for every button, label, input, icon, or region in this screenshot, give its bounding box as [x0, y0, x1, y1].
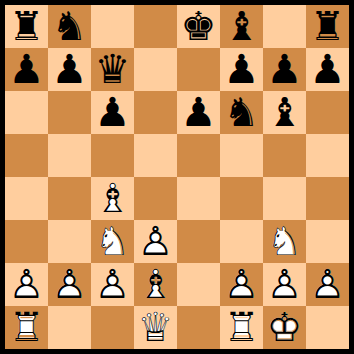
square-e5[interactable] — [177, 134, 220, 177]
white-piece-outline-glyph: ♙ — [48, 263, 91, 306]
square-a6[interactable] — [5, 91, 48, 134]
black-piece-glyph: ♟ — [5, 48, 48, 91]
square-e7[interactable] — [177, 48, 220, 91]
square-e4[interactable] — [177, 177, 220, 220]
square-a8[interactable]: ♜ — [5, 5, 48, 48]
square-b2[interactable]: ♟♙ — [48, 263, 91, 306]
square-g2[interactable]: ♟♙ — [263, 263, 306, 306]
white-rook[interactable]: ♜♖ — [220, 306, 263, 349]
square-b4[interactable] — [48, 177, 91, 220]
square-e8[interactable]: ♚ — [177, 5, 220, 48]
black-pawn[interactable]: ♟ — [48, 48, 91, 91]
square-a4[interactable] — [5, 177, 48, 220]
square-h3[interactable] — [306, 220, 349, 263]
square-f2[interactable]: ♟♙ — [220, 263, 263, 306]
white-piece-outline-glyph: ♙ — [91, 263, 134, 306]
white-piece-outline-glyph: ♗ — [91, 177, 134, 220]
square-h8[interactable]: ♜ — [306, 5, 349, 48]
square-e3[interactable] — [177, 220, 220, 263]
square-c8[interactable] — [91, 5, 134, 48]
white-knight[interactable]: ♞♘ — [91, 220, 134, 263]
black-piece-glyph: ♟ — [177, 91, 220, 134]
chess-board: ♜♞♚♝♜♟♟♛♟♟♟♟♟♞♝♝♗♞♘♟♙♞♘♟♙♟♙♟♙♝♗♟♙♟♙♟♙♜♖♛… — [5, 5, 349, 349]
square-h6[interactable] — [306, 91, 349, 134]
white-piece-outline-glyph: ♙ — [5, 263, 48, 306]
black-piece-glyph: ♜ — [306, 5, 349, 48]
white-pawn[interactable]: ♟♙ — [263, 263, 306, 306]
black-rook[interactable]: ♜ — [306, 5, 349, 48]
white-piece-outline-glyph: ♔ — [263, 306, 306, 349]
square-d4[interactable] — [134, 177, 177, 220]
black-piece-glyph: ♝ — [220, 5, 263, 48]
square-h7[interactable]: ♟ — [306, 48, 349, 91]
square-b8[interactable]: ♞ — [48, 5, 91, 48]
square-f5[interactable] — [220, 134, 263, 177]
square-c1[interactable] — [91, 306, 134, 349]
black-pawn[interactable]: ♟ — [5, 48, 48, 91]
square-b7[interactable]: ♟ — [48, 48, 91, 91]
square-e6[interactable]: ♟ — [177, 91, 220, 134]
white-pawn[interactable]: ♟♙ — [306, 263, 349, 306]
black-piece-glyph: ♞ — [220, 91, 263, 134]
square-d2[interactable]: ♝♗ — [134, 263, 177, 306]
white-piece-outline-glyph: ♙ — [306, 263, 349, 306]
square-g8[interactable] — [263, 5, 306, 48]
square-d5[interactable] — [134, 134, 177, 177]
black-piece-glyph: ♟ — [220, 48, 263, 91]
black-piece-glyph: ♟ — [91, 91, 134, 134]
black-piece-glyph: ♛ — [91, 48, 134, 91]
black-piece-glyph: ♟ — [48, 48, 91, 91]
white-piece-outline-glyph: ♖ — [220, 306, 263, 349]
square-f7[interactable]: ♟ — [220, 48, 263, 91]
black-pawn[interactable]: ♟ — [220, 48, 263, 91]
square-b3[interactable] — [48, 220, 91, 263]
black-queen[interactable]: ♛ — [91, 48, 134, 91]
black-bishop[interactable]: ♝ — [220, 5, 263, 48]
square-d8[interactable] — [134, 5, 177, 48]
white-piece-outline-glyph: ♕ — [134, 306, 177, 349]
square-h2[interactable]: ♟♙ — [306, 263, 349, 306]
white-queen[interactable]: ♛♕ — [134, 306, 177, 349]
square-h1[interactable] — [306, 306, 349, 349]
black-piece-glyph: ♟ — [306, 48, 349, 91]
white-piece-outline-glyph: ♙ — [220, 263, 263, 306]
square-c5[interactable] — [91, 134, 134, 177]
square-g3[interactable]: ♞♘ — [263, 220, 306, 263]
square-g1[interactable]: ♚♔ — [263, 306, 306, 349]
white-pawn[interactable]: ♟♙ — [220, 263, 263, 306]
white-pawn[interactable]: ♟♙ — [48, 263, 91, 306]
white-piece-outline-glyph: ♗ — [134, 263, 177, 306]
black-piece-glyph: ♟ — [263, 48, 306, 91]
square-g5[interactable] — [263, 134, 306, 177]
black-rook[interactable]: ♜ — [5, 5, 48, 48]
white-knight[interactable]: ♞♘ — [263, 220, 306, 263]
square-d1[interactable]: ♛♕ — [134, 306, 177, 349]
square-h5[interactable] — [306, 134, 349, 177]
square-f1[interactable]: ♜♖ — [220, 306, 263, 349]
square-f3[interactable] — [220, 220, 263, 263]
square-d3[interactable]: ♟♙ — [134, 220, 177, 263]
square-c3[interactable]: ♞♘ — [91, 220, 134, 263]
square-g4[interactable] — [263, 177, 306, 220]
white-pawn[interactable]: ♟♙ — [5, 263, 48, 306]
square-c6[interactable]: ♟ — [91, 91, 134, 134]
square-b1[interactable] — [48, 306, 91, 349]
white-piece-outline-glyph: ♘ — [91, 220, 134, 263]
black-pawn[interactable]: ♟ — [91, 91, 134, 134]
black-piece-glyph: ♚ — [177, 5, 220, 48]
white-pawn[interactable]: ♟♙ — [134, 220, 177, 263]
square-a7[interactable]: ♟ — [5, 48, 48, 91]
white-pawn[interactable]: ♟♙ — [91, 263, 134, 306]
square-a1[interactable]: ♜♖ — [5, 306, 48, 349]
black-pawn[interactable]: ♟ — [306, 48, 349, 91]
square-d7[interactable] — [134, 48, 177, 91]
black-king[interactable]: ♚ — [177, 5, 220, 48]
white-piece-outline-glyph: ♘ — [263, 220, 306, 263]
square-e1[interactable] — [177, 306, 220, 349]
square-c7[interactable]: ♛ — [91, 48, 134, 91]
black-knight[interactable]: ♞ — [220, 91, 263, 134]
square-h4[interactable] — [306, 177, 349, 220]
square-f4[interactable] — [220, 177, 263, 220]
white-piece-outline-glyph: ♖ — [5, 306, 48, 349]
white-king[interactable]: ♚♔ — [263, 306, 306, 349]
square-a5[interactable] — [5, 134, 48, 177]
square-c4[interactable]: ♝♗ — [91, 177, 134, 220]
square-g7[interactable]: ♟ — [263, 48, 306, 91]
white-piece-outline-glyph: ♙ — [263, 263, 306, 306]
square-b6[interactable] — [48, 91, 91, 134]
white-bishop[interactable]: ♝♗ — [134, 263, 177, 306]
black-piece-glyph: ♜ — [5, 5, 48, 48]
square-b5[interactable] — [48, 134, 91, 177]
black-bishop[interactable]: ♝ — [263, 91, 306, 134]
black-knight[interactable]: ♞ — [48, 5, 91, 48]
black-piece-glyph: ♝ — [263, 91, 306, 134]
chess-board-frame: ♜♞♚♝♜♟♟♛♟♟♟♟♟♞♝♝♗♞♘♟♙♞♘♟♙♟♙♟♙♝♗♟♙♟♙♟♙♜♖♛… — [0, 0, 354, 354]
square-a2[interactable]: ♟♙ — [5, 263, 48, 306]
black-pawn[interactable]: ♟ — [263, 48, 306, 91]
square-a3[interactable] — [5, 220, 48, 263]
black-pawn[interactable]: ♟ — [177, 91, 220, 134]
square-g6[interactable]: ♝ — [263, 91, 306, 134]
square-d6[interactable] — [134, 91, 177, 134]
square-f8[interactable]: ♝ — [220, 5, 263, 48]
square-e2[interactable] — [177, 263, 220, 306]
square-f6[interactable]: ♞ — [220, 91, 263, 134]
square-c2[interactable]: ♟♙ — [91, 263, 134, 306]
black-piece-glyph: ♞ — [48, 5, 91, 48]
white-piece-outline-glyph: ♙ — [134, 220, 177, 263]
white-bishop[interactable]: ♝♗ — [91, 177, 134, 220]
white-rook[interactable]: ♜♖ — [5, 306, 48, 349]
